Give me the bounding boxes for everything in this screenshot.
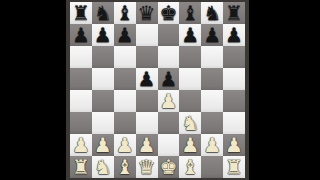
square-f4[interactable] xyxy=(179,90,201,112)
square-a7[interactable]: ♟ xyxy=(70,24,92,46)
white-knight: ♞ xyxy=(181,112,199,134)
square-c5[interactable] xyxy=(114,68,136,90)
square-a5[interactable] xyxy=(70,68,92,90)
square-d4[interactable] xyxy=(136,90,158,112)
white-king: ♚ xyxy=(159,156,177,178)
square-d8[interactable]: ♛ xyxy=(136,2,158,24)
white-bishop: ♝ xyxy=(116,156,134,178)
screenshot-background: ♜♞♝♛♚♝♞♜♟♟♟♟♟♟♟♟♟♞♟♟♟♟♟♟♟♜♞♝♛♚♝♜ xyxy=(0,0,320,180)
square-c1[interactable]: ♝ xyxy=(114,156,136,178)
square-e2[interactable] xyxy=(158,134,180,156)
square-b5[interactable] xyxy=(92,68,114,90)
square-f8[interactable]: ♝ xyxy=(179,2,201,24)
square-f7[interactable]: ♟ xyxy=(179,24,201,46)
square-h7[interactable]: ♟ xyxy=(223,24,245,46)
square-g4[interactable] xyxy=(201,90,223,112)
square-g6[interactable] xyxy=(201,46,223,68)
white-pawn: ♟ xyxy=(159,90,177,112)
black-bishop: ♝ xyxy=(181,2,199,24)
square-b1[interactable]: ♞ xyxy=(92,156,114,178)
chess-board-frame: ♜♞♝♛♚♝♞♜♟♟♟♟♟♟♟♟♟♞♟♟♟♟♟♟♟♜♞♝♛♚♝♜ xyxy=(66,0,249,180)
square-e4[interactable]: ♟ xyxy=(158,90,180,112)
square-b7[interactable]: ♟ xyxy=(92,24,114,46)
black-king: ♚ xyxy=(159,2,177,24)
square-b2[interactable]: ♟ xyxy=(92,134,114,156)
square-c3[interactable] xyxy=(114,112,136,134)
square-g5[interactable] xyxy=(201,68,223,90)
square-e3[interactable] xyxy=(158,112,180,134)
square-b4[interactable] xyxy=(92,90,114,112)
square-f5[interactable] xyxy=(179,68,201,90)
square-e8[interactable]: ♚ xyxy=(158,2,180,24)
square-a3[interactable] xyxy=(70,112,92,134)
square-a6[interactable] xyxy=(70,46,92,68)
square-d2[interactable]: ♟ xyxy=(136,134,158,156)
square-d7[interactable] xyxy=(136,24,158,46)
black-queen: ♛ xyxy=(138,2,156,24)
white-pawn: ♟ xyxy=(203,134,221,156)
black-pawn: ♟ xyxy=(203,24,221,46)
square-e6[interactable] xyxy=(158,46,180,68)
square-c8[interactable]: ♝ xyxy=(114,2,136,24)
black-rook: ♜ xyxy=(72,2,90,24)
square-h8[interactable]: ♜ xyxy=(223,2,245,24)
square-g7[interactable]: ♟ xyxy=(201,24,223,46)
square-f6[interactable] xyxy=(179,46,201,68)
white-pawn: ♟ xyxy=(225,134,243,156)
white-pawn: ♟ xyxy=(181,134,199,156)
square-a2[interactable]: ♟ xyxy=(70,134,92,156)
square-g8[interactable]: ♞ xyxy=(201,2,223,24)
black-pawn: ♟ xyxy=(225,24,243,46)
white-pawn: ♟ xyxy=(116,134,134,156)
black-pawn: ♟ xyxy=(159,68,177,90)
square-d1[interactable]: ♛ xyxy=(136,156,158,178)
black-knight: ♞ xyxy=(203,2,221,24)
square-d6[interactable] xyxy=(136,46,158,68)
square-e1[interactable]: ♚ xyxy=(158,156,180,178)
square-b8[interactable]: ♞ xyxy=(92,2,114,24)
square-g2[interactable]: ♟ xyxy=(201,134,223,156)
square-f1[interactable]: ♝ xyxy=(179,156,201,178)
square-g1[interactable] xyxy=(201,156,223,178)
square-h5[interactable] xyxy=(223,68,245,90)
square-a4[interactable] xyxy=(70,90,92,112)
square-c7[interactable]: ♟ xyxy=(114,24,136,46)
white-bishop: ♝ xyxy=(181,156,199,178)
black-pawn: ♟ xyxy=(138,68,156,90)
square-g3[interactable] xyxy=(201,112,223,134)
square-e7[interactable] xyxy=(158,24,180,46)
black-pawn: ♟ xyxy=(94,24,112,46)
black-pawn: ♟ xyxy=(116,24,134,46)
square-h6[interactable] xyxy=(223,46,245,68)
square-f3[interactable]: ♞ xyxy=(179,112,201,134)
square-d5[interactable]: ♟ xyxy=(136,68,158,90)
black-bishop: ♝ xyxy=(116,2,134,24)
square-f2[interactable]: ♟ xyxy=(179,134,201,156)
square-c4[interactable] xyxy=(114,90,136,112)
black-knight: ♞ xyxy=(94,2,112,24)
white-knight: ♞ xyxy=(94,156,112,178)
square-e5[interactable]: ♟ xyxy=(158,68,180,90)
white-queen: ♛ xyxy=(138,156,156,178)
square-c2[interactable]: ♟ xyxy=(114,134,136,156)
square-d3[interactable] xyxy=(136,112,158,134)
square-h3[interactable] xyxy=(223,112,245,134)
white-rook: ♜ xyxy=(72,156,90,178)
square-a8[interactable]: ♜ xyxy=(70,2,92,24)
black-pawn: ♟ xyxy=(181,24,199,46)
square-a1[interactable]: ♜ xyxy=(70,156,92,178)
chess-board: ♜♞♝♛♚♝♞♜♟♟♟♟♟♟♟♟♟♞♟♟♟♟♟♟♟♜♞♝♛♚♝♜ xyxy=(70,2,245,178)
black-pawn: ♟ xyxy=(72,24,90,46)
square-b6[interactable] xyxy=(92,46,114,68)
square-h2[interactable]: ♟ xyxy=(223,134,245,156)
white-rook: ♜ xyxy=(225,156,243,178)
white-pawn: ♟ xyxy=(94,134,112,156)
square-h4[interactable] xyxy=(223,90,245,112)
black-rook: ♜ xyxy=(225,2,243,24)
white-pawn: ♟ xyxy=(72,134,90,156)
white-pawn: ♟ xyxy=(138,134,156,156)
square-c6[interactable] xyxy=(114,46,136,68)
square-b3[interactable] xyxy=(92,112,114,134)
square-h1[interactable]: ♜ xyxy=(223,156,245,178)
